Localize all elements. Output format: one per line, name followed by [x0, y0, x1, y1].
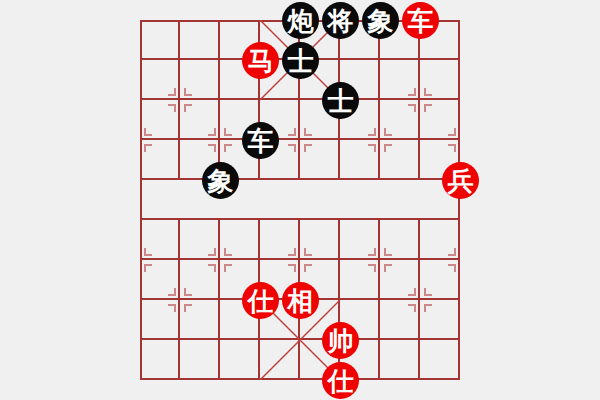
star-point-marker: [224, 264, 232, 272]
star-point-marker: [208, 248, 216, 256]
star-point-marker: [368, 144, 376, 152]
star-point-marker: [408, 288, 416, 296]
star-point-marker: [368, 264, 376, 272]
piece-red-elephant[interactable]: 相: [282, 282, 319, 319]
star-point-marker: [224, 128, 232, 136]
star-point-marker: [304, 144, 312, 152]
board-cell: [420, 340, 460, 380]
star-point-marker: [304, 248, 312, 256]
star-point-marker: [448, 264, 456, 272]
piece-black-general[interactable]: 将: [322, 2, 359, 39]
piece-black-elephant[interactable]: 象: [362, 2, 399, 39]
star-point-marker: [408, 88, 416, 96]
star-point-marker: [384, 144, 392, 152]
piece-black-advisor[interactable]: 士: [282, 42, 319, 79]
xiangqi-board[interactable]: 炮将象车马士士车象兵仕相帅仕: [140, 20, 460, 380]
star-point-marker: [288, 144, 296, 152]
star-point-marker: [208, 128, 216, 136]
board-cell: [180, 340, 220, 380]
star-point-marker: [288, 248, 296, 256]
piece-red-soldier[interactable]: 兵: [442, 162, 479, 199]
board-cell: [260, 340, 300, 380]
star-point-marker: [368, 128, 376, 136]
board-cell: [220, 340, 260, 380]
star-point-marker: [448, 128, 456, 136]
star-point-marker: [448, 144, 456, 152]
piece-red-horse[interactable]: 马: [242, 42, 279, 79]
star-point-marker: [448, 248, 456, 256]
piece-red-advisor[interactable]: 仕: [322, 362, 359, 399]
piece-red-chariot[interactable]: 车: [402, 2, 439, 39]
star-point-marker: [288, 264, 296, 272]
star-point-marker: [208, 264, 216, 272]
star-point-marker: [168, 88, 176, 96]
xiangqi-app: 炮将象车马士士车象兵仕相帅仕: [0, 0, 600, 400]
star-point-marker: [144, 248, 152, 256]
piece-black-cannon[interactable]: 炮: [282, 2, 319, 39]
star-point-marker: [168, 104, 176, 112]
star-point-marker: [184, 304, 192, 312]
star-point-marker: [288, 128, 296, 136]
star-point-marker: [184, 104, 192, 112]
board-cell: [180, 20, 220, 60]
star-point-marker: [424, 88, 432, 96]
star-point-marker: [408, 304, 416, 312]
piece-black-chariot[interactable]: 车: [242, 122, 279, 159]
star-point-marker: [384, 264, 392, 272]
board-cell: [340, 180, 380, 220]
star-point-marker: [168, 304, 176, 312]
star-point-marker: [168, 288, 176, 296]
star-point-marker: [384, 128, 392, 136]
board-cell: [300, 180, 340, 220]
piece-red-general[interactable]: 帅: [322, 322, 359, 359]
star-point-marker: [408, 104, 416, 112]
star-point-marker: [424, 104, 432, 112]
board-cell: [380, 180, 420, 220]
star-point-marker: [304, 128, 312, 136]
star-point-marker: [304, 264, 312, 272]
piece-red-advisor[interactable]: 仕: [242, 282, 279, 319]
star-point-marker: [144, 144, 152, 152]
star-point-marker: [144, 128, 152, 136]
star-point-marker: [144, 264, 152, 272]
star-point-marker: [424, 304, 432, 312]
star-point-marker: [368, 248, 376, 256]
star-point-marker: [208, 144, 216, 152]
board-cell: [140, 340, 180, 380]
piece-black-advisor[interactable]: 士: [322, 82, 359, 119]
star-point-marker: [384, 248, 392, 256]
star-point-marker: [184, 288, 192, 296]
star-point-marker: [224, 144, 232, 152]
board-cell: [140, 180, 180, 220]
board-cell: [260, 180, 300, 220]
star-point-marker: [224, 248, 232, 256]
star-point-marker: [424, 288, 432, 296]
star-point-marker: [184, 88, 192, 96]
piece-black-elephant[interactable]: 象: [202, 162, 239, 199]
board-cell: [140, 20, 180, 60]
board-cell: [380, 340, 420, 380]
